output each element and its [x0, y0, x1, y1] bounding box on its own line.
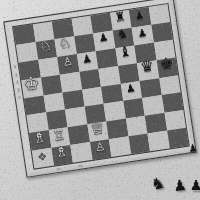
- black-knight: ♞: [116, 28, 129, 43]
- black-pawn: ♟: [98, 33, 109, 45]
- white-rook: ♖: [52, 128, 66, 143]
- black-bishop: ♝: [118, 45, 132, 61]
- black-pawn: ♟: [125, 83, 136, 95]
- black-pawn: ♟: [81, 53, 92, 65]
- frame-margin-marks: [15, 73, 18, 77]
- black-pawn-captured: ♟: [173, 178, 188, 194]
- frame-margin-marks: [16, 81, 18, 84]
- corner-emblem: ❖: [37, 150, 49, 164]
- white-bishop: ♗: [54, 144, 69, 161]
- black-pawn: ♟: [134, 9, 145, 21]
- black-king: ♚: [158, 55, 174, 73]
- frame-margin-marks: [14, 65, 16, 68]
- white-knight: ♘: [58, 36, 72, 51]
- black-pawn: ♟: [137, 27, 148, 39]
- frame-margin-marks: [17, 88, 20, 92]
- white-queen: ♕: [89, 119, 106, 137]
- white-pawn: ♙: [62, 56, 74, 69]
- white-pawn: ♙: [95, 141, 106, 153]
- white-bishop: ♗: [32, 129, 48, 146]
- black-queen: ♛: [140, 59, 156, 76]
- pieces-layer: ♔♕♖♗♗♘♘♙♙♚♛♜♝♞♟♟♟♟♟♟❖: [4, 0, 195, 177]
- chess-photo: ♔♕♖♗♗♘♘♙♙♚♛♜♝♞♟♟♟♟♟♟❖ ♞♟♟: [0, 0, 200, 200]
- black-rook: ♜: [114, 11, 127, 25]
- black-pawn-on-frame-margin: ♟: [188, 143, 199, 154]
- white-knight: ♘: [39, 39, 53, 54]
- white-king: ♔: [23, 74, 41, 93]
- black-pawn-captured-edge: ♟: [190, 178, 200, 192]
- chessboard: ♔♕♖♗♗♘♘♙♙♚♛♜♝♞♟♟♟♟♟♟❖: [3, 0, 196, 178]
- frame-margin-marks: [18, 96, 20, 99]
